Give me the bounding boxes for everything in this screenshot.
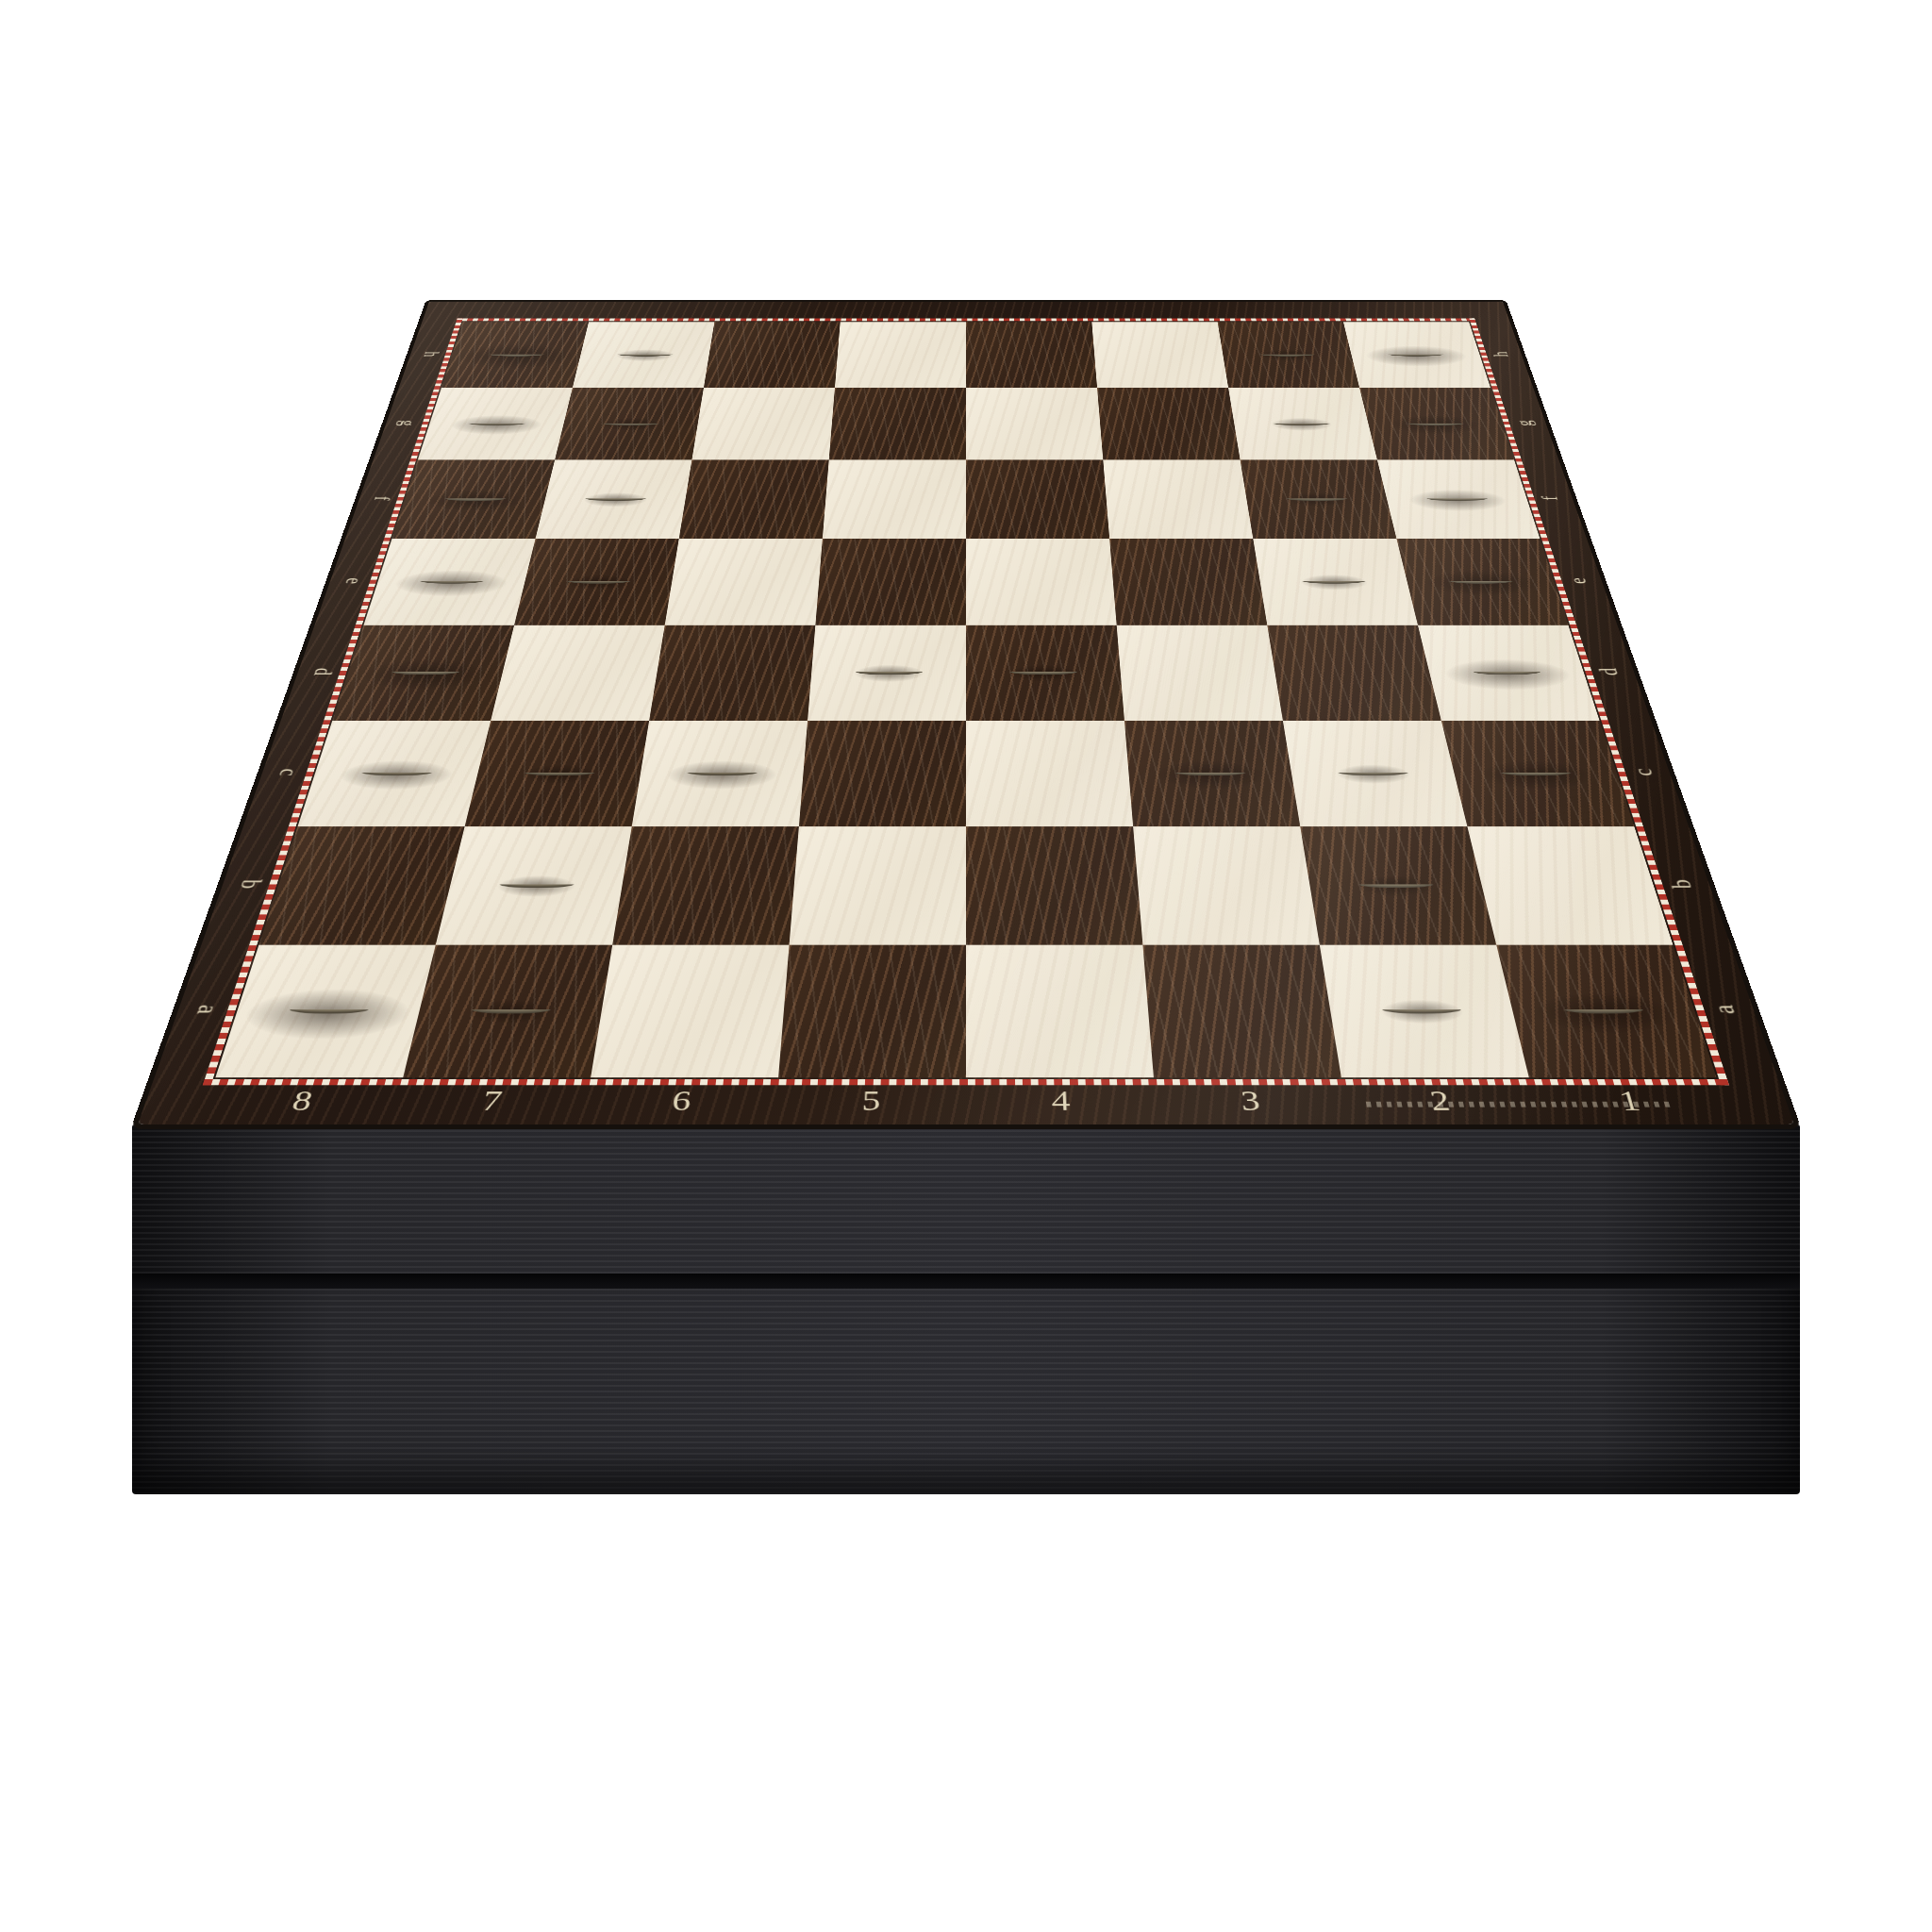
- piece-white-pawn-f2[interactable]: ♟♟: [1241, 459, 1397, 538]
- square-e5[interactable]: [815, 539, 966, 625]
- square-h6[interactable]: [704, 322, 841, 388]
- square-f6[interactable]: [679, 459, 829, 538]
- front-label-5: 5: [774, 1080, 966, 1122]
- square-e4[interactable]: [966, 539, 1117, 625]
- square-b5[interactable]: [790, 826, 966, 944]
- board-stripe-border: [203, 1079, 1729, 1086]
- dark-stone-tower: [1381, 301, 1436, 353]
- front-label-4: 4: [966, 1080, 1158, 1122]
- pawn-headdress: [613, 462, 632, 466]
- front-label-2: 2: [1341, 1080, 1540, 1122]
- piece-white-pawn-e2[interactable]: ♟♟: [1253, 539, 1418, 625]
- square-g3[interactable]: [1097, 388, 1241, 459]
- front-label-8: 8: [201, 1080, 402, 1122]
- square-a5[interactable]: [778, 945, 966, 1078]
- dark-stone-tower: [1545, 904, 1631, 1007]
- orange-brick-tower: [490, 283, 563, 353]
- front-label-6: 6: [584, 1080, 778, 1122]
- square-g4[interactable]: [966, 388, 1103, 459]
- orange-brick-tower: [291, 868, 406, 1006]
- pawn-headdress: [1397, 949, 1422, 956]
- pawn-headdress: [880, 628, 901, 633]
- pawn-headdress: [642, 324, 660, 327]
- piece-white-pawn-a2[interactable]: ♟♟: [1320, 945, 1529, 1078]
- piece-black-pawn-a7[interactable]: ♟♟: [403, 945, 612, 1078]
- cabinet-front: [132, 1124, 1800, 1494]
- pawn-headdress: [1316, 541, 1336, 546]
- cabinet-lid-edge: [132, 1124, 1800, 1274]
- square-a6[interactable]: [591, 945, 789, 1078]
- piece-black-bishop-c8[interactable]: ♝♝: [297, 721, 491, 826]
- pawn-headdress: [1352, 724, 1374, 730]
- square-h4[interactable]: [966, 322, 1097, 388]
- front-label-1: 1: [1530, 1080, 1731, 1122]
- square-f4[interactable]: [966, 459, 1109, 538]
- square-f5[interactable]: [823, 459, 966, 538]
- bishop-headdress: [1427, 445, 1457, 451]
- edge-fine-print: [1366, 1102, 1676, 1108]
- square-b3[interactable]: [1133, 826, 1320, 944]
- front-label-3: 3: [1154, 1080, 1348, 1122]
- product-photo-scene: 87654321aabbccddeeffgghh ♝♝♚♚♛♛♝♝♞♞♞♞♟♟♟…: [0, 0, 1932, 1932]
- piece-white-pawn-h2[interactable]: ♟♟: [1218, 322, 1360, 388]
- pawn-headdress: [535, 830, 558, 836]
- square-e6[interactable]: [665, 539, 823, 625]
- pawn-headdress: [1031, 628, 1052, 633]
- square-h3[interactable]: [1091, 322, 1228, 388]
- cabinet-seam: [132, 1274, 1800, 1289]
- bishop-headdress: [1499, 701, 1533, 709]
- piece-black-knight-c6[interactable]: ♞♞: [632, 721, 808, 826]
- piece-white-pawn-g2[interactable]: ♟♟: [1228, 388, 1377, 459]
- cabinet-base-edge: [132, 1289, 1800, 1494]
- piece-white-knight-c3[interactable]: ♞♞: [1124, 721, 1300, 826]
- piece-black-pawn-b7[interactable]: ♟♟: [436, 826, 632, 944]
- front-label-7: 7: [392, 1080, 591, 1122]
- pawn-headdress: [1286, 391, 1304, 394]
- piece-black-pawn-c7[interactable]: ♟♟: [465, 721, 650, 826]
- king-headdress: [1468, 597, 1506, 606]
- chess-board: 87654321aabbccddeeffgghh ♝♝♚♚♛♛♝♝♞♞♞♞♟♟♟…: [138, 302, 1794, 1124]
- square-b6[interactable]: [612, 826, 799, 944]
- pawn-headdress: [596, 541, 616, 546]
- square-f3[interactable]: [1103, 459, 1253, 538]
- square-a4[interactable]: [966, 945, 1154, 1078]
- pawn-headdress: [1300, 462, 1319, 466]
- square-c4[interactable]: [966, 721, 1133, 826]
- pawn-headdress: [628, 391, 646, 394]
- piece-black-rook-a8[interactable]: [215, 945, 436, 1078]
- piece-white-pawn-c2[interactable]: ♟♟: [1283, 721, 1468, 826]
- piece-white-pawn-b2[interactable]: ♟♟: [1300, 826, 1496, 944]
- square-a3[interactable]: [1142, 945, 1341, 1078]
- knight-headdress: [1186, 702, 1218, 709]
- square-h5[interactable]: [835, 322, 966, 388]
- piece-white-rook-a1[interactable]: [1496, 945, 1717, 1078]
- square-e3[interactable]: [1109, 539, 1267, 625]
- piece-white-pawn-d4[interactable]: ♟♟: [966, 625, 1124, 721]
- pawn-headdress: [510, 949, 535, 956]
- pawn-headdress: [1273, 324, 1291, 327]
- square-b4[interactable]: [966, 826, 1142, 944]
- knight-headdress: [1408, 375, 1436, 380]
- piece-white-bishop-c1[interactable]: ♝♝: [1441, 721, 1635, 826]
- square-g5[interactable]: [829, 388, 966, 459]
- pawn-headdress: [1374, 830, 1397, 836]
- queen-headdress: [1446, 517, 1480, 525]
- knight-headdress: [714, 702, 746, 709]
- square-g6[interactable]: [691, 388, 835, 459]
- pawn-headdress: [558, 724, 580, 730]
